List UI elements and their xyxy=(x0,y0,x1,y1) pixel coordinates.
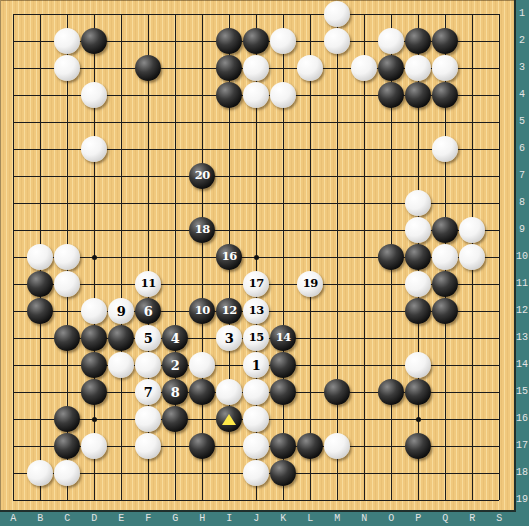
star-point-P16 xyxy=(416,417,421,422)
coord-label-right-15: 15 xyxy=(515,386,529,398)
stone-black-G14[interactable]: 2 xyxy=(162,352,188,378)
coord-label-bottom-I: I xyxy=(219,513,239,525)
move-number-label: 3 xyxy=(225,332,234,345)
coord-label-right-4: 4 xyxy=(515,89,529,101)
stone-black-L17[interactable] xyxy=(297,433,323,459)
stone-white-Q6[interactable] xyxy=(432,136,458,162)
coord-label-right-6: 6 xyxy=(515,143,529,155)
coord-label-right-18: 18 xyxy=(515,467,529,479)
move-number-label: 18 xyxy=(195,224,210,236)
coord-label-bottom-A: A xyxy=(3,513,23,525)
stone-black-I12[interactable]: 12 xyxy=(216,298,242,324)
stone-white-R9[interactable] xyxy=(459,217,485,243)
stone-white-F11[interactable]: 11 xyxy=(135,271,161,297)
stone-white-N3[interactable] xyxy=(351,55,377,81)
stone-black-G13[interactable]: 4 xyxy=(162,325,188,351)
grid-line-vertical xyxy=(499,14,500,500)
move-number-label: 20 xyxy=(195,170,210,182)
stone-white-F15[interactable]: 7 xyxy=(135,379,161,405)
stone-white-K4[interactable] xyxy=(270,82,296,108)
stone-black-P17[interactable] xyxy=(405,433,431,459)
coord-label-bottom-R: R xyxy=(462,513,482,525)
stone-black-I16[interactable] xyxy=(216,406,242,432)
stone-black-K15[interactable] xyxy=(270,379,296,405)
stone-black-D2[interactable] xyxy=(81,28,107,54)
stone-white-Q3[interactable] xyxy=(432,55,458,81)
stone-white-P14[interactable] xyxy=(405,352,431,378)
stone-white-D6[interactable] xyxy=(81,136,107,162)
stone-white-R10[interactable] xyxy=(459,244,485,270)
coord-label-bottom-Q: Q xyxy=(435,513,455,525)
stone-black-E13[interactable] xyxy=(108,325,134,351)
stone-white-O2[interactable] xyxy=(378,28,404,54)
coord-label-right-13: 13 xyxy=(515,332,529,344)
stone-white-J17[interactable] xyxy=(243,433,269,459)
stone-white-K2[interactable] xyxy=(270,28,296,54)
move-number-label: 1 xyxy=(252,359,261,372)
stone-white-C18[interactable] xyxy=(54,460,80,486)
stone-white-M2[interactable] xyxy=(324,28,350,54)
stone-white-E14[interactable] xyxy=(108,352,134,378)
coord-label-bottom-C: C xyxy=(57,513,77,525)
stone-black-J2[interactable] xyxy=(243,28,269,54)
stone-white-J13[interactable]: 15 xyxy=(243,325,269,351)
coord-label-right-2: 2 xyxy=(515,35,529,47)
stone-white-C11[interactable] xyxy=(54,271,80,297)
stone-black-I2[interactable] xyxy=(216,28,242,54)
move-number-label: 7 xyxy=(144,386,153,399)
move-number-label: 2 xyxy=(171,359,180,372)
stone-black-D14[interactable] xyxy=(81,352,107,378)
move-number-label: 8 xyxy=(171,386,180,399)
coord-label-bottom-J: J xyxy=(246,513,266,525)
stone-black-H17[interactable] xyxy=(189,433,215,459)
stone-black-H9[interactable]: 18 xyxy=(189,217,215,243)
stone-black-O4[interactable] xyxy=(378,82,404,108)
grid-line-vertical xyxy=(337,14,338,500)
goban[interactable]: 2018161117199610121354315142178 xyxy=(0,0,516,512)
stone-black-H15[interactable] xyxy=(189,379,215,405)
stone-black-B12[interactable] xyxy=(27,298,53,324)
star-point-D16 xyxy=(92,417,97,422)
coord-label-right-1: 1 xyxy=(515,8,529,20)
coord-label-right-16: 16 xyxy=(515,413,529,425)
grid-line-vertical xyxy=(310,14,311,500)
stone-black-D15[interactable] xyxy=(81,379,107,405)
move-number-label: 17 xyxy=(249,278,264,290)
stone-black-P4[interactable] xyxy=(405,82,431,108)
move-number-label: 6 xyxy=(144,305,153,318)
stone-white-B18[interactable] xyxy=(27,460,53,486)
coord-label-right-19: 19 xyxy=(515,494,529,506)
stone-white-J18[interactable] xyxy=(243,460,269,486)
coord-label-right-3: 3 xyxy=(515,62,529,74)
coord-label-right-5: 5 xyxy=(515,116,529,128)
coord-label-bottom-O: O xyxy=(381,513,401,525)
stone-white-J4[interactable] xyxy=(243,82,269,108)
stone-white-I13[interactable]: 3 xyxy=(216,325,242,351)
stone-white-J14[interactable]: 1 xyxy=(243,352,269,378)
coord-label-right-7: 7 xyxy=(515,170,529,182)
stone-black-K17[interactable] xyxy=(270,433,296,459)
stone-black-O15[interactable] xyxy=(378,379,404,405)
stone-black-I10[interactable]: 16 xyxy=(216,244,242,270)
triangle-marker xyxy=(222,414,236,425)
stone-white-D4[interactable] xyxy=(81,82,107,108)
stone-white-J11[interactable]: 17 xyxy=(243,271,269,297)
stone-black-C17[interactable] xyxy=(54,433,80,459)
move-number-label: 11 xyxy=(141,278,156,290)
coord-label-right-11: 11 xyxy=(515,278,529,290)
stone-white-P8[interactable] xyxy=(405,190,431,216)
stone-white-P3[interactable] xyxy=(405,55,431,81)
stone-white-C3[interactable] xyxy=(54,55,80,81)
stone-white-L11[interactable]: 19 xyxy=(297,271,323,297)
move-number-label: 14 xyxy=(276,332,291,344)
stone-black-Q2[interactable] xyxy=(432,28,458,54)
move-number-label: 5 xyxy=(144,332,153,345)
stone-black-Q9[interactable] xyxy=(432,217,458,243)
stone-black-P2[interactable] xyxy=(405,28,431,54)
move-number-label: 13 xyxy=(249,305,264,317)
stone-white-F14[interactable] xyxy=(135,352,161,378)
stone-white-J15[interactable] xyxy=(243,379,269,405)
stone-black-P15[interactable] xyxy=(405,379,431,405)
stone-black-G16[interactable] xyxy=(162,406,188,432)
coord-label-right-12: 12 xyxy=(515,305,529,317)
coord-label-bottom-H: H xyxy=(192,513,212,525)
move-number-label: 12 xyxy=(222,305,237,317)
stone-black-P12[interactable] xyxy=(405,298,431,324)
stone-white-P11[interactable] xyxy=(405,271,431,297)
move-number-label: 4 xyxy=(171,332,180,345)
stone-white-J16[interactable] xyxy=(243,406,269,432)
move-number-label: 19 xyxy=(303,278,318,290)
stone-white-E12[interactable]: 9 xyxy=(108,298,134,324)
stone-black-H7[interactable]: 20 xyxy=(189,163,215,189)
stone-white-H14[interactable] xyxy=(189,352,215,378)
coord-label-bottom-E: E xyxy=(111,513,131,525)
stone-black-F3[interactable] xyxy=(135,55,161,81)
stone-black-Q12[interactable] xyxy=(432,298,458,324)
stone-white-Q10[interactable] xyxy=(432,244,458,270)
coord-label-bottom-S: S xyxy=(489,513,509,525)
coord-label-right-10: 10 xyxy=(515,251,529,263)
stone-black-K13[interactable]: 14 xyxy=(270,325,296,351)
stone-white-F16[interactable] xyxy=(135,406,161,432)
stone-white-C2[interactable] xyxy=(54,28,80,54)
stone-white-I15[interactable] xyxy=(216,379,242,405)
coord-label-bottom-F: F xyxy=(138,513,158,525)
coord-label-right-14: 14 xyxy=(515,359,529,371)
stone-black-Q11[interactable] xyxy=(432,271,458,297)
coord-label-bottom-N: N xyxy=(354,513,374,525)
stone-black-C16[interactable] xyxy=(54,406,80,432)
stone-black-Q4[interactable] xyxy=(432,82,458,108)
coord-label-bottom-G: G xyxy=(165,513,185,525)
stone-black-F12[interactable]: 6 xyxy=(135,298,161,324)
coord-label-bottom-P: P xyxy=(408,513,428,525)
stone-black-G15[interactable]: 8 xyxy=(162,379,188,405)
move-number-label: 9 xyxy=(117,305,126,318)
coord-label-bottom-B: B xyxy=(30,513,50,525)
coord-label-bottom-D: D xyxy=(84,513,104,525)
stone-black-K18[interactable] xyxy=(270,460,296,486)
coord-label-bottom-L: L xyxy=(300,513,320,525)
coord-label-bottom-K: K xyxy=(273,513,293,525)
stone-black-B11[interactable] xyxy=(27,271,53,297)
grid-line-vertical xyxy=(364,14,365,500)
coord-label-bottom-M: M xyxy=(327,513,347,525)
stone-white-D17[interactable] xyxy=(81,433,107,459)
star-point-D10 xyxy=(92,255,97,260)
move-number-label: 10 xyxy=(195,305,210,317)
stone-white-F17[interactable] xyxy=(135,433,161,459)
stone-black-M15[interactable] xyxy=(324,379,350,405)
coord-label-right-9: 9 xyxy=(515,224,529,236)
coord-label-right-8: 8 xyxy=(515,197,529,209)
stone-black-O10[interactable] xyxy=(378,244,404,270)
go-board-app: 2018161117199610121354315142178 ABCDEFGH… xyxy=(0,0,529,526)
stone-black-I4[interactable] xyxy=(216,82,242,108)
stone-white-B10[interactable] xyxy=(27,244,53,270)
stone-white-F13[interactable]: 5 xyxy=(135,325,161,351)
stone-white-J12[interactable]: 13 xyxy=(243,298,269,324)
stone-black-C13[interactable] xyxy=(54,325,80,351)
move-number-label: 15 xyxy=(249,332,264,344)
coord-label-right-17: 17 xyxy=(515,440,529,452)
stone-white-L3[interactable] xyxy=(297,55,323,81)
stone-black-I3[interactable] xyxy=(216,55,242,81)
stone-white-P9[interactable] xyxy=(405,217,431,243)
star-point-J10 xyxy=(254,255,259,260)
move-number-label: 16 xyxy=(222,251,237,263)
stone-black-D13[interactable] xyxy=(81,325,107,351)
stone-white-J3[interactable] xyxy=(243,55,269,81)
stone-white-M17[interactable] xyxy=(324,433,350,459)
stone-black-P10[interactable] xyxy=(405,244,431,270)
stone-white-D12[interactable] xyxy=(81,298,107,324)
stone-white-M1[interactable] xyxy=(324,1,350,27)
stone-black-O3[interactable] xyxy=(378,55,404,81)
stone-black-H12[interactable]: 10 xyxy=(189,298,215,324)
stone-black-K14[interactable] xyxy=(270,352,296,378)
grid-line-horizontal xyxy=(13,500,499,501)
stone-white-C10[interactable] xyxy=(54,244,80,270)
